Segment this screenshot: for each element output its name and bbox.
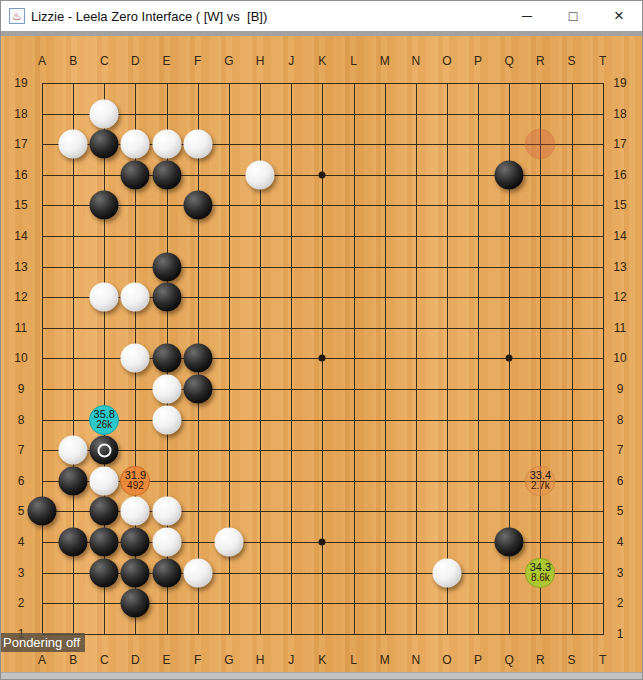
coordinate-label: L	[350, 653, 357, 667]
pondering-status: Pondering off	[1, 633, 85, 652]
coordinate-label: 16	[613, 168, 626, 182]
stone-white	[152, 375, 181, 404]
coordinate-label: O	[442, 653, 451, 667]
coordinate-label: 7	[18, 443, 25, 457]
stone-black	[183, 191, 212, 220]
coordinate-label: G	[224, 54, 233, 68]
coordinate-label: 18	[613, 107, 626, 121]
stone-black	[90, 528, 119, 557]
coordinate-label: C	[100, 54, 109, 68]
board-grid[interactable]: 35.826k31.949233.42.7k34.38.6k	[42, 83, 603, 634]
coordinate-label: 14	[613, 229, 626, 243]
star-point	[506, 355, 513, 362]
suggestion-visits: 2.7k	[531, 481, 550, 491]
stone-white	[59, 130, 88, 159]
coordinate-label: A	[38, 653, 46, 667]
coordinate-label: O	[442, 54, 451, 68]
window-footer-strip	[1, 672, 642, 679]
grid-line	[416, 83, 417, 635]
coordinate-label: 5	[18, 504, 25, 518]
suggestion-visits: 8.6k	[531, 573, 550, 583]
coordinate-label: E	[163, 653, 171, 667]
stone-black	[121, 558, 150, 587]
coordinate-label: 4	[18, 535, 25, 549]
stone-white	[59, 436, 88, 465]
coordinate-label: 11	[614, 321, 626, 335]
coordinate-label: 8	[18, 413, 25, 427]
grid-line	[603, 83, 604, 635]
coordinate-label: 12	[613, 290, 626, 304]
coordinate-label: R	[536, 653, 545, 667]
coordinate-label: 11	[15, 321, 27, 335]
coordinate-label: 4	[617, 535, 624, 549]
coordinate-label: D	[131, 54, 140, 68]
coordinate-label: Q	[505, 54, 514, 68]
suggestion-winrate: 34.3	[530, 562, 551, 573]
stone-black	[90, 130, 119, 159]
coordinate-label: S	[568, 54, 576, 68]
coordinate-label: 15	[14, 198, 27, 212]
grid-line	[42, 634, 604, 635]
coordinate-label: 1	[617, 627, 624, 641]
stone-black	[152, 558, 181, 587]
coordinate-label: 6	[617, 474, 624, 488]
coordinate-label: F	[194, 653, 201, 667]
stone-white	[183, 558, 212, 587]
grid-line	[42, 420, 604, 421]
coordinate-label: 18	[14, 107, 27, 121]
grid-line	[354, 83, 355, 635]
coordinate-label: 19	[14, 76, 27, 90]
coordinate-label: 3	[617, 566, 624, 580]
stone-black	[59, 466, 88, 495]
stone-black	[152, 160, 181, 189]
stone-white	[152, 497, 181, 526]
stone-white	[90, 466, 119, 495]
coordinate-label: 19	[613, 76, 626, 90]
coordinate-label: D	[131, 653, 140, 667]
coordinate-label: B	[69, 54, 77, 68]
last-move-marker	[97, 443, 111, 457]
coordinate-label: G	[224, 653, 233, 667]
grid-line	[478, 83, 479, 635]
coordinate-label: M	[380, 54, 390, 68]
stone-white	[90, 99, 119, 128]
app-window: ♨ Lizzie - Leela Zero Interface ( [W] vs…	[0, 0, 643, 680]
stone-white	[152, 528, 181, 557]
coordinate-label: 2	[617, 596, 624, 610]
coordinate-label: 13	[613, 260, 626, 274]
stone-black	[183, 344, 212, 373]
coordinate-label: 12	[14, 290, 27, 304]
suggestion-circle[interactable]: 34.38.6k	[525, 558, 555, 588]
stone-black	[152, 283, 181, 312]
coordinate-label: T	[599, 653, 606, 667]
stone-black	[90, 436, 119, 465]
coordinate-label: 14	[14, 229, 27, 243]
window-title: Lizzie - Leela Zero Interface ( [W] vs […	[31, 9, 267, 24]
minimize-button[interactable]: ─	[504, 1, 550, 31]
java-coffee-icon: ♨	[9, 8, 25, 24]
coordinate-label: K	[318, 54, 326, 68]
stone-white	[121, 344, 150, 373]
coordinate-label: 6	[18, 474, 25, 488]
coordinate-label: S	[568, 653, 576, 667]
stone-black	[183, 375, 212, 404]
coordinate-label: 16	[14, 168, 27, 182]
coordinate-label: L	[350, 54, 357, 68]
suggestion-circle[interactable]	[525, 129, 555, 159]
coordinate-label: P	[474, 54, 482, 68]
suggestion-winrate: 33.4	[530, 470, 551, 481]
stone-black	[495, 160, 524, 189]
stone-black	[59, 528, 88, 557]
suggestion-circle[interactable]: 35.826k	[89, 405, 119, 435]
grid-line	[42, 450, 604, 451]
stone-white	[152, 130, 181, 159]
coordinate-label: 15	[613, 198, 626, 212]
stone-black	[121, 528, 150, 557]
coordinate-label: J	[288, 54, 294, 68]
stone-white	[214, 528, 243, 557]
coordinate-label: 7	[617, 443, 624, 457]
coordinate-label: 9	[18, 382, 25, 396]
coordinate-label: M	[380, 653, 390, 667]
coordinate-label: B	[69, 653, 77, 667]
stone-black	[495, 528, 524, 557]
coordinate-label: C	[100, 653, 109, 667]
grid-line	[385, 83, 386, 635]
coordinate-label: F	[194, 54, 201, 68]
star-point	[319, 355, 326, 362]
coordinate-label: Q	[505, 653, 514, 667]
star-point	[319, 539, 326, 546]
stone-white	[121, 130, 150, 159]
grid-line	[540, 83, 541, 635]
stone-white	[152, 405, 181, 434]
coordinate-label: 17	[613, 137, 626, 151]
stone-black	[90, 191, 119, 220]
stone-black	[121, 589, 150, 618]
stone-white	[183, 130, 212, 159]
stone-black	[90, 497, 119, 526]
stone-black	[90, 558, 119, 587]
grid-line	[42, 389, 604, 390]
coordinate-label: 5	[617, 504, 624, 518]
coordinate-label: 10	[613, 351, 626, 365]
stone-white	[121, 283, 150, 312]
coordinate-label: K	[318, 653, 326, 667]
coordinate-label: N	[411, 54, 420, 68]
stone-black	[152, 344, 181, 373]
maximize-button[interactable]: □	[550, 1, 596, 31]
coordinate-label: H	[256, 54, 265, 68]
coordinate-label: 3	[18, 566, 25, 580]
suggestion-winrate: 31.9	[125, 470, 146, 481]
coordinate-label: R	[536, 54, 545, 68]
suggestion-winrate: 35.8	[94, 409, 115, 420]
coordinate-label: J	[288, 653, 294, 667]
coordinate-label: H	[256, 653, 265, 667]
close-button[interactable]: ×	[596, 1, 642, 31]
suggestion-circle[interactable]: 31.9492	[120, 466, 150, 496]
stone-white	[432, 558, 461, 587]
coordinate-label: E	[163, 54, 171, 68]
grid-line	[447, 83, 448, 635]
stone-white	[246, 160, 275, 189]
suggestion-visits: 492	[127, 481, 144, 491]
suggestion-circle[interactable]: 33.42.7k	[525, 466, 555, 496]
coordinate-label: 10	[14, 351, 27, 365]
title-bar: ♨ Lizzie - Leela Zero Interface ( [W] vs…	[1, 1, 642, 31]
coordinate-label: 2	[18, 596, 25, 610]
stone-white	[121, 497, 150, 526]
coordinate-label: 13	[14, 260, 27, 274]
coordinate-label: T	[599, 54, 606, 68]
coordinate-label: 9	[617, 382, 624, 396]
coordinate-label: P	[474, 653, 482, 667]
star-point	[319, 171, 326, 178]
coordinate-label: N	[411, 653, 420, 667]
go-board[interactable]: AABBCCDDEEFFGGHHJJKKLLMMNNOOPPQQRRSSTT19…	[1, 36, 642, 674]
suggestion-visits: 26k	[96, 420, 112, 430]
coordinate-label: 17	[14, 137, 27, 151]
grid-line	[572, 83, 573, 635]
stone-black	[152, 252, 181, 281]
coordinate-label: 8	[617, 413, 624, 427]
stone-black	[121, 160, 150, 189]
window-controls: ─ □ ×	[504, 1, 642, 31]
coordinate-label: A	[38, 54, 46, 68]
stone-white	[90, 283, 119, 312]
stone-black	[28, 497, 57, 526]
